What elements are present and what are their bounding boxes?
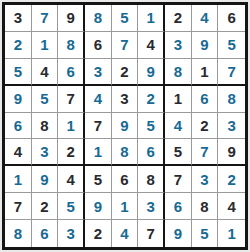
sudoku-cell-r8c7[interactable]: 6: [165, 193, 192, 220]
sudoku-cell-r5c5[interactable]: 9: [112, 113, 139, 140]
sudoku-cell-r3c3[interactable]: 6: [58, 59, 85, 86]
sudoku-cell-r4c4[interactable]: 4: [85, 86, 112, 113]
sudoku-cell-r5c1[interactable]: 6: [5, 113, 32, 140]
sudoku-cell-r8c1[interactable]: 7: [5, 193, 32, 220]
sudoku-cell-r7c9[interactable]: 2: [218, 166, 245, 193]
sudoku-cell-r5c3[interactable]: 1: [58, 113, 85, 140]
sudoku-cell-r6c4[interactable]: 1: [85, 139, 112, 166]
sudoku-cell-r7c3[interactable]: 4: [58, 166, 85, 193]
sudoku-cell-r2c6[interactable]: 4: [138, 32, 165, 59]
sudoku-cell-r5c2[interactable]: 8: [32, 113, 59, 140]
sudoku-cell-r7c5[interactable]: 6: [112, 166, 139, 193]
sudoku-cell-r2c3[interactable]: 8: [58, 32, 85, 59]
sudoku-cell-r5c8[interactable]: 2: [192, 113, 219, 140]
sudoku-cell-r6c6[interactable]: 6: [138, 139, 165, 166]
sudoku-cell-r4c7[interactable]: 1: [165, 86, 192, 113]
sudoku-cell-r1c9[interactable]: 6: [218, 5, 245, 32]
sudoku-cell-r9c3[interactable]: 3: [58, 220, 85, 247]
sudoku-cell-r1c6[interactable]: 1: [138, 5, 165, 32]
sudoku-cell-r4c8[interactable]: 6: [192, 86, 219, 113]
sudoku-cell-r8c2[interactable]: 2: [32, 193, 59, 220]
sudoku-cell-r1c7[interactable]: 2: [165, 5, 192, 32]
sudoku-cell-r2c7[interactable]: 3: [165, 32, 192, 59]
sudoku-cell-r7c8[interactable]: 3: [192, 166, 219, 193]
sudoku-cell-r4c6[interactable]: 2: [138, 86, 165, 113]
sudoku-cell-r5c7[interactable]: 4: [165, 113, 192, 140]
sudoku-cell-r4c1[interactable]: 9: [5, 86, 32, 113]
sudoku-cell-r4c9[interactable]: 8: [218, 86, 245, 113]
sudoku-cell-r1c2[interactable]: 7: [32, 5, 59, 32]
sudoku-cell-r7c6[interactable]: 8: [138, 166, 165, 193]
sudoku-cell-r6c5[interactable]: 8: [112, 139, 139, 166]
sudoku-cell-r3c8[interactable]: 1: [192, 59, 219, 86]
sudoku-cell-r1c4[interactable]: 8: [85, 5, 112, 32]
sudoku-cell-r7c4[interactable]: 5: [85, 166, 112, 193]
sudoku-cell-r5c9[interactable]: 3: [218, 113, 245, 140]
sudoku-cell-r7c2[interactable]: 9: [32, 166, 59, 193]
sudoku-cell-r6c7[interactable]: 5: [165, 139, 192, 166]
sudoku-cell-r3c6[interactable]: 9: [138, 59, 165, 86]
sudoku-cell-r6c1[interactable]: 4: [5, 139, 32, 166]
sudoku-cell-r2c1[interactable]: 2: [5, 32, 32, 59]
sudoku-cell-r7c1[interactable]: 1: [5, 166, 32, 193]
sudoku-widget: 3798512462186743955463298179574321686817…: [0, 0, 250, 252]
sudoku-cell-r2c8[interactable]: 9: [192, 32, 219, 59]
sudoku-cell-r8c9[interactable]: 4: [218, 193, 245, 220]
sudoku-cell-r1c3[interactable]: 9: [58, 5, 85, 32]
sudoku-cell-r9c9[interactable]: 1: [218, 220, 245, 247]
sudoku-cell-r3c2[interactable]: 4: [32, 59, 59, 86]
sudoku-cell-r1c5[interactable]: 5: [112, 5, 139, 32]
sudoku-cell-r3c5[interactable]: 2: [112, 59, 139, 86]
sudoku-cell-r3c9[interactable]: 7: [218, 59, 245, 86]
sudoku-cell-r9c5[interactable]: 4: [112, 220, 139, 247]
sudoku-cell-r1c1[interactable]: 3: [5, 5, 32, 32]
sudoku-cell-r8c8[interactable]: 8: [192, 193, 219, 220]
sudoku-cell-r9c6[interactable]: 7: [138, 220, 165, 247]
sudoku-cell-r6c8[interactable]: 7: [192, 139, 219, 166]
sudoku-cell-r6c2[interactable]: 3: [32, 139, 59, 166]
sudoku-cell-r9c2[interactable]: 6: [32, 220, 59, 247]
sudoku-cell-r9c8[interactable]: 5: [192, 220, 219, 247]
sudoku-cell-r4c5[interactable]: 3: [112, 86, 139, 113]
sudoku-cell-r9c4[interactable]: 2: [85, 220, 112, 247]
sudoku-cell-r8c3[interactable]: 5: [58, 193, 85, 220]
sudoku-cell-r8c4[interactable]: 9: [85, 193, 112, 220]
sudoku-cell-r4c3[interactable]: 7: [58, 86, 85, 113]
sudoku-cell-r1c8[interactable]: 4: [192, 5, 219, 32]
sudoku-cell-r2c4[interactable]: 6: [85, 32, 112, 59]
sudoku-cell-r3c7[interactable]: 8: [165, 59, 192, 86]
sudoku-cell-r6c3[interactable]: 2: [58, 139, 85, 166]
sudoku-board: 3798512462186743955463298179574321686817…: [2, 2, 248, 250]
sudoku-cell-r5c4[interactable]: 7: [85, 113, 112, 140]
sudoku-cell-r3c4[interactable]: 3: [85, 59, 112, 86]
sudoku-cell-r6c9[interactable]: 9: [218, 139, 245, 166]
sudoku-cell-r7c7[interactable]: 7: [165, 166, 192, 193]
sudoku-cell-r5c6[interactable]: 5: [138, 113, 165, 140]
sudoku-cell-r2c5[interactable]: 7: [112, 32, 139, 59]
sudoku-cell-r8c5[interactable]: 1: [112, 193, 139, 220]
sudoku-cell-r9c1[interactable]: 8: [5, 220, 32, 247]
sudoku-cell-r2c2[interactable]: 1: [32, 32, 59, 59]
sudoku-cell-r2c9[interactable]: 5: [218, 32, 245, 59]
sudoku-cell-r8c6[interactable]: 3: [138, 193, 165, 220]
sudoku-cell-r4c2[interactable]: 5: [32, 86, 59, 113]
sudoku-cell-r3c1[interactable]: 5: [5, 59, 32, 86]
sudoku-cell-r9c7[interactable]: 9: [165, 220, 192, 247]
